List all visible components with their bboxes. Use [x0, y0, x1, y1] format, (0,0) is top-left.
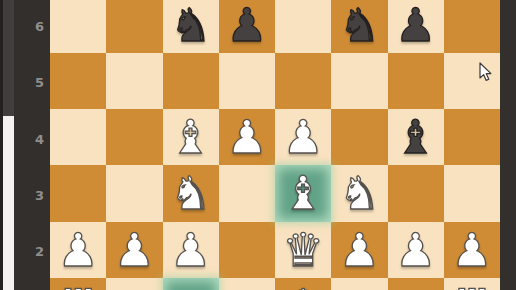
square-b5[interactable] — [106, 53, 162, 109]
square-g2[interactable]: ♟ — [388, 222, 444, 278]
white-rook-icon[interactable]: ♜ — [451, 278, 492, 290]
square-c3[interactable]: ♞ — [163, 165, 219, 221]
chess-app-viewport: 65432 ♞♟♞♟♝♟♟♝♞♝♞♟♟♟♛♟♟♟♜♚♜ — [0, 0, 516, 290]
square-f3[interactable]: ♞ — [331, 165, 387, 221]
square-b2[interactable]: ♟ — [106, 222, 162, 278]
white-rook-icon[interactable]: ♜ — [58, 278, 99, 290]
square-c4[interactable]: ♝ — [163, 109, 219, 165]
square-g3[interactable] — [388, 165, 444, 221]
square-c5[interactable] — [163, 53, 219, 109]
black-bishop-icon[interactable]: ♝ — [395, 109, 436, 165]
black-knight-icon[interactable]: ♞ — [339, 0, 380, 53]
white-pawn-icon[interactable]: ♟ — [170, 222, 211, 278]
square-h2[interactable]: ♟ — [444, 222, 500, 278]
square-e5[interactable] — [275, 53, 331, 109]
square-e6[interactable] — [275, 0, 331, 53]
evaluation-bar — [3, 0, 14, 290]
rank-label-4: 4 — [14, 111, 44, 167]
square-d6[interactable]: ♟ — [219, 0, 275, 53]
square-a1[interactable]: ♜ — [50, 278, 106, 290]
white-pawn-icon[interactable]: ♟ — [451, 222, 492, 278]
square-c2[interactable]: ♟ — [163, 222, 219, 278]
square-f1[interactable] — [331, 278, 387, 290]
square-f2[interactable]: ♟ — [331, 222, 387, 278]
square-g4[interactable]: ♝ — [388, 109, 444, 165]
square-f4[interactable] — [331, 109, 387, 165]
white-knight-icon[interactable]: ♞ — [339, 165, 380, 221]
white-bishop-icon[interactable]: ♝ — [170, 109, 211, 165]
square-e2[interactable]: ♛ — [275, 222, 331, 278]
square-g6[interactable]: ♟ — [388, 0, 444, 53]
square-c6[interactable]: ♞ — [163, 0, 219, 53]
square-a6[interactable] — [50, 0, 106, 53]
square-b1[interactable] — [106, 278, 162, 290]
square-a5[interactable] — [50, 53, 106, 109]
square-h3[interactable] — [444, 165, 500, 221]
square-e1[interactable]: ♚ — [275, 278, 331, 290]
rank-label-2: 2 — [14, 224, 44, 280]
evaluation-bar-white-segment — [3, 116, 14, 290]
square-f5[interactable] — [331, 53, 387, 109]
square-d2[interactable] — [219, 222, 275, 278]
black-pawn-icon[interactable]: ♟ — [226, 0, 267, 53]
square-d1[interactable] — [219, 278, 275, 290]
square-g5[interactable] — [388, 53, 444, 109]
white-pawn-icon[interactable]: ♟ — [114, 222, 155, 278]
square-f6[interactable]: ♞ — [331, 0, 387, 53]
black-pawn-icon[interactable]: ♟ — [395, 0, 436, 53]
square-a3[interactable] — [50, 165, 106, 221]
white-king-icon[interactable]: ♚ — [283, 278, 324, 290]
square-b3[interactable] — [106, 165, 162, 221]
white-bishop-icon[interactable]: ♝ — [283, 165, 324, 221]
white-pawn-icon[interactable]: ♟ — [58, 222, 99, 278]
square-h6[interactable] — [444, 0, 500, 53]
square-a2[interactable]: ♟ — [50, 222, 106, 278]
square-h1[interactable]: ♜ — [444, 278, 500, 290]
white-pawn-icon[interactable]: ♟ — [226, 109, 267, 165]
square-a4[interactable] — [50, 109, 106, 165]
rank-label-6: 6 — [14, 0, 44, 55]
white-pawn-icon[interactable]: ♟ — [283, 109, 324, 165]
square-d3[interactable] — [219, 165, 275, 221]
rank-label-5: 5 — [14, 55, 44, 111]
square-c1[interactable] — [163, 278, 219, 290]
rank-coordinates: 65432 — [14, 0, 48, 290]
square-e3[interactable]: ♝ — [275, 165, 331, 221]
square-g1[interactable] — [388, 278, 444, 290]
right-edge-strip — [500, 0, 516, 290]
square-d4[interactable]: ♟ — [219, 109, 275, 165]
white-pawn-icon[interactable]: ♟ — [339, 222, 380, 278]
rank-label-3: 3 — [14, 167, 44, 223]
white-queen-icon[interactable]: ♛ — [283, 222, 324, 278]
square-d5[interactable] — [219, 53, 275, 109]
black-knight-icon[interactable]: ♞ — [170, 0, 211, 53]
square-e4[interactable]: ♟ — [275, 109, 331, 165]
square-h5[interactable] — [444, 53, 500, 109]
square-h4[interactable] — [444, 109, 500, 165]
white-knight-icon[interactable]: ♞ — [170, 165, 211, 221]
chess-board[interactable]: ♞♟♞♟♝♟♟♝♞♝♞♟♟♟♛♟♟♟♜♚♜ — [50, 0, 500, 290]
white-pawn-icon[interactable]: ♟ — [395, 222, 436, 278]
square-b4[interactable] — [106, 109, 162, 165]
square-b6[interactable] — [106, 0, 162, 53]
